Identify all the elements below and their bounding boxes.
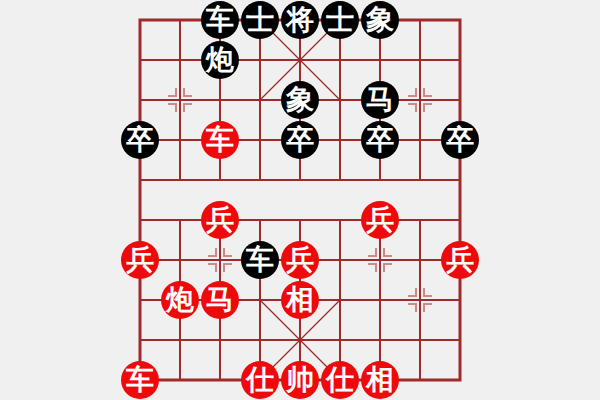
board-grid-cells: 车士将士象炮象马卒车卒卒卒兵兵兵车兵兵炮马相车仕帅仕相 [120,0,480,400]
board-point[interactable] [120,80,160,120]
board-point[interactable] [400,280,440,320]
board-point[interactable] [320,80,360,120]
black-soldier[interactable]: 卒 [361,121,399,159]
red-chariot[interactable]: 车 [201,121,239,159]
board-point[interactable] [440,0,480,40]
board-point[interactable] [160,80,200,120]
black-soldier[interactable]: 卒 [441,121,479,159]
board-point[interactable] [320,240,360,280]
board-point[interactable]: 相 [360,360,400,400]
board-point[interactable] [360,40,400,80]
board-point[interactable]: 帅 [280,360,320,400]
board-point[interactable]: 将 [280,0,320,40]
red-advisor[interactable]: 仕 [321,361,359,399]
board-point[interactable] [360,160,400,200]
board-point[interactable] [400,0,440,40]
board-point[interactable] [200,80,240,120]
board-point[interactable]: 卒 [120,120,160,160]
board-point[interactable] [400,320,440,360]
red-chariot[interactable]: 车 [121,361,159,399]
board-point[interactable] [320,40,360,80]
board-point[interactable] [280,40,320,80]
board-point[interactable] [240,160,280,200]
board-point[interactable] [360,240,400,280]
red-soldier[interactable]: 兵 [441,241,479,279]
board-point[interactable] [240,40,280,80]
black-chariot[interactable]: 车 [241,241,279,279]
xiangqi-board: 车士将士象炮象马卒车卒卒卒兵兵兵车兵兵炮马相车仕帅仕相 [0,0,600,400]
board-point[interactable]: 卒 [360,120,400,160]
red-elephant[interactable]: 相 [281,281,319,319]
board-point[interactable] [160,120,200,160]
board-point[interactable] [160,0,200,40]
board-point[interactable] [320,280,360,320]
board-point[interactable] [440,280,480,320]
board-point[interactable]: 马 [200,280,240,320]
board-point[interactable] [160,320,200,360]
board-point[interactable] [360,320,400,360]
board-point[interactable] [200,360,240,400]
board-point[interactable] [200,160,240,200]
board-point[interactable] [400,360,440,400]
board-point[interactable] [440,360,480,400]
red-general[interactable]: 帅 [281,361,319,399]
board-point[interactable] [320,160,360,200]
red-soldier[interactable]: 兵 [361,201,399,239]
board-point[interactable]: 车 [200,0,240,40]
board-point[interactable]: 象 [280,80,320,120]
board-point[interactable] [400,80,440,120]
board-point[interactable] [120,280,160,320]
board-point[interactable]: 炮 [160,280,200,320]
board-point[interactable]: 兵 [200,200,240,240]
board-point[interactable] [160,40,200,80]
black-horse[interactable]: 马 [361,81,399,119]
board-point[interactable] [360,280,400,320]
board-point[interactable] [240,280,280,320]
black-soldier[interactable]: 卒 [121,121,159,159]
board-point[interactable] [440,320,480,360]
board-point[interactable] [120,40,160,80]
board-point[interactable]: 兵 [120,240,160,280]
board-point[interactable]: 马 [360,80,400,120]
black-advisor[interactable]: 士 [241,1,279,39]
board-point[interactable]: 兵 [440,240,480,280]
board-point[interactable]: 兵 [280,240,320,280]
board-point[interactable]: 卒 [280,120,320,160]
black-advisor[interactable]: 士 [321,1,359,39]
board-point[interactable] [160,240,200,280]
board-point[interactable] [320,320,360,360]
board-point[interactable] [120,320,160,360]
red-advisor[interactable]: 仕 [241,361,279,399]
board-point[interactable]: 车 [240,240,280,280]
board-point[interactable] [320,120,360,160]
board-point[interactable] [400,120,440,160]
black-elephant[interactable]: 象 [281,81,319,119]
red-horse[interactable]: 马 [201,281,239,319]
board-point[interactable] [240,320,280,360]
red-soldier[interactable]: 兵 [281,241,319,279]
black-general[interactable]: 将 [281,1,319,39]
red-elephant[interactable]: 相 [361,361,399,399]
board-point[interactable]: 相 [280,280,320,320]
black-chariot[interactable]: 车 [201,1,239,39]
board-point[interactable]: 士 [320,0,360,40]
board-point[interactable] [280,200,320,240]
board-point[interactable]: 车 [120,360,160,400]
board-point[interactable] [240,200,280,240]
board-point[interactable] [280,160,320,200]
board-point[interactable]: 士 [240,0,280,40]
board-point[interactable] [120,200,160,240]
board-point[interactable] [400,160,440,200]
board-point[interactable] [440,200,480,240]
red-cannon[interactable]: 炮 [161,281,199,319]
board-point[interactable]: 仕 [240,360,280,400]
board-point[interactable] [120,0,160,40]
board-point[interactable]: 车 [200,120,240,160]
board-point[interactable] [160,200,200,240]
board-point[interactable] [240,120,280,160]
board-point[interactable]: 炮 [200,40,240,80]
board-point[interactable] [440,40,480,80]
board-point[interactable] [240,80,280,120]
red-soldier[interactable]: 兵 [201,201,239,239]
board-point[interactable] [160,360,200,400]
board-point[interactable]: 卒 [440,120,480,160]
xiangqi-screen: 车士将士象炮象马卒车卒卒卒兵兵兵车兵兵炮马相车仕帅仕相 [0,0,600,400]
board-point[interactable] [280,320,320,360]
board-point[interactable]: 兵 [360,200,400,240]
board-point[interactable]: 仕 [320,360,360,400]
board-point[interactable] [320,200,360,240]
board-point[interactable] [400,40,440,80]
board-point[interactable] [400,200,440,240]
board-point[interactable] [160,160,200,200]
board-point[interactable] [400,240,440,280]
board-point[interactable]: 象 [360,0,400,40]
red-soldier[interactable]: 兵 [121,241,159,279]
board-point[interactable] [440,80,480,120]
board-point[interactable] [120,160,160,200]
black-soldier[interactable]: 卒 [281,121,319,159]
board-point[interactable] [200,240,240,280]
board-point[interactable] [440,160,480,200]
black-cannon[interactable]: 炮 [201,41,239,79]
board-point[interactable] [200,320,240,360]
black-elephant[interactable]: 象 [361,1,399,39]
